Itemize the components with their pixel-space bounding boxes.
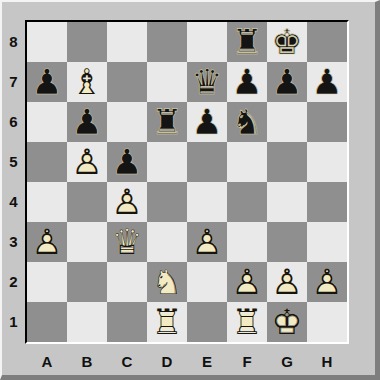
square-f6[interactable]: ♞ [227, 102, 267, 142]
square-c4[interactable]: ♟♙ [107, 182, 147, 222]
square-c7[interactable] [107, 62, 147, 102]
piece-black-pawn[interactable]: ♟ [267, 62, 307, 102]
piece-black-pawn[interactable]: ♟ [67, 102, 107, 142]
piece-white-queen-fill: ♛ [107, 222, 147, 262]
square-e5[interactable] [187, 142, 227, 182]
piece-white-pawn-fill: ♟ [267, 262, 307, 302]
piece-black-knight[interactable]: ♞ [227, 102, 267, 142]
rank-label-2: 2 [2, 262, 25, 302]
file-label-d: D [147, 350, 187, 374]
square-c3[interactable]: ♛♕ [107, 222, 147, 262]
file-label-a: A [27, 350, 67, 374]
piece-white-pawn-fill: ♟ [187, 222, 227, 262]
square-f3[interactable] [227, 222, 267, 262]
piece-white-pawn[interactable]: ♙ [27, 222, 67, 262]
square-a3[interactable]: ♟♙ [27, 222, 67, 262]
piece-white-knight-fill: ♞ [147, 262, 187, 302]
piece-white-bishop-fill: ♝ [67, 62, 107, 102]
file-label-c: C [107, 350, 147, 374]
square-f8[interactable]: ♜ [227, 22, 267, 62]
square-a4[interactable] [27, 182, 67, 222]
square-g5[interactable] [267, 142, 307, 182]
rank-label-1: 1 [2, 302, 25, 342]
square-d2[interactable]: ♞♘ [147, 262, 187, 302]
piece-black-pawn[interactable]: ♟ [187, 102, 227, 142]
square-g8[interactable]: ♚ [267, 22, 307, 62]
square-h1[interactable] [307, 302, 347, 342]
chess-board: ♜♚♟♝♗♛♟♟♟♟♜♟♞♟♙♟♟♙♟♙♛♕♟♙♞♘♟♙♟♙♟♙♜♖♜♖♚♔ [25, 20, 349, 344]
piece-black-queen[interactable]: ♛ [187, 62, 227, 102]
square-h7[interactable]: ♟ [307, 62, 347, 102]
piece-white-pawn-fill: ♟ [67, 142, 107, 182]
piece-white-king[interactable]: ♔ [267, 302, 307, 342]
rank-label-3: 3 [2, 222, 25, 262]
square-g7[interactable]: ♟ [267, 62, 307, 102]
file-label-e: E [187, 350, 227, 374]
square-g6[interactable] [267, 102, 307, 142]
square-a6[interactable] [27, 102, 67, 142]
chessboard-panel: 87654321 ♜♚♟♝♗♛♟♟♟♟♜♟♞♟♙♟♟♙♟♙♛♕♟♙♞♘♟♙♟♙♟… [0, 0, 380, 380]
square-c6[interactable] [107, 102, 147, 142]
piece-white-pawn[interactable]: ♙ [227, 262, 267, 302]
square-e4[interactable] [187, 182, 227, 222]
piece-white-pawn-fill: ♟ [307, 262, 347, 302]
piece-white-pawn[interactable]: ♙ [307, 262, 347, 302]
rank-labels: 87654321 [2, 22, 25, 342]
piece-white-rook-fill: ♜ [147, 302, 187, 342]
square-e1[interactable] [187, 302, 227, 342]
rank-label-6: 6 [2, 102, 25, 142]
piece-black-pawn[interactable]: ♟ [307, 62, 347, 102]
square-h5[interactable] [307, 142, 347, 182]
rank-label-5: 5 [2, 142, 25, 182]
file-label-f: F [227, 350, 267, 374]
file-label-h: H [307, 350, 347, 374]
square-h3[interactable] [307, 222, 347, 262]
piece-white-king-fill: ♚ [267, 302, 307, 342]
piece-white-pawn-fill: ♟ [107, 182, 147, 222]
piece-black-rook[interactable]: ♜ [147, 102, 187, 142]
square-h8[interactable] [307, 22, 347, 62]
piece-black-rook[interactable]: ♜ [227, 22, 267, 62]
piece-white-queen[interactable]: ♕ [107, 222, 147, 262]
square-d7[interactable] [147, 62, 187, 102]
rank-label-7: 7 [2, 62, 25, 102]
square-g2[interactable]: ♟♙ [267, 262, 307, 302]
square-d4[interactable] [147, 182, 187, 222]
piece-white-pawn-fill: ♟ [227, 262, 267, 302]
file-label-g: G [267, 350, 307, 374]
piece-black-king[interactable]: ♚ [267, 22, 307, 62]
square-b1[interactable] [67, 302, 107, 342]
piece-white-pawn[interactable]: ♙ [67, 142, 107, 182]
piece-white-pawn-fill: ♟ [27, 222, 67, 262]
square-b3[interactable] [67, 222, 107, 262]
square-a2[interactable] [27, 262, 67, 302]
square-e3[interactable]: ♟♙ [187, 222, 227, 262]
piece-white-rook[interactable]: ♖ [227, 302, 267, 342]
square-d6[interactable]: ♜ [147, 102, 187, 142]
square-h6[interactable] [307, 102, 347, 142]
square-e6[interactable]: ♟ [187, 102, 227, 142]
square-f1[interactable]: ♜♖ [227, 302, 267, 342]
square-g4[interactable] [267, 182, 307, 222]
square-g3[interactable] [267, 222, 307, 262]
piece-black-pawn[interactable]: ♟ [27, 62, 67, 102]
square-b4[interactable] [67, 182, 107, 222]
square-f4[interactable] [227, 182, 267, 222]
square-a7[interactable]: ♟ [27, 62, 67, 102]
square-b6[interactable]: ♟ [67, 102, 107, 142]
square-h4[interactable] [307, 182, 347, 222]
square-f5[interactable] [227, 142, 267, 182]
square-e2[interactable] [187, 262, 227, 302]
square-f7[interactable]: ♟ [227, 62, 267, 102]
square-h2[interactable]: ♟♙ [307, 262, 347, 302]
square-c5[interactable]: ♟ [107, 142, 147, 182]
piece-white-rook-fill: ♜ [227, 302, 267, 342]
square-a8[interactable] [27, 22, 67, 62]
piece-black-pawn[interactable]: ♟ [227, 62, 267, 102]
square-e8[interactable] [187, 22, 227, 62]
rank-label-8: 8 [2, 22, 25, 62]
square-g1[interactable]: ♚♔ [267, 302, 307, 342]
square-a5[interactable] [27, 142, 67, 182]
rank-label-4: 4 [2, 182, 25, 222]
square-e7[interactable]: ♛ [187, 62, 227, 102]
square-f2[interactable]: ♟♙ [227, 262, 267, 302]
file-labels: ABCDEFGH [27, 350, 347, 374]
square-b7[interactable]: ♝♗ [67, 62, 107, 102]
piece-white-pawn[interactable]: ♙ [267, 262, 307, 302]
square-b5[interactable]: ♟♙ [67, 142, 107, 182]
square-b2[interactable] [67, 262, 107, 302]
piece-white-knight[interactable]: ♘ [147, 262, 187, 302]
piece-white-pawn[interactable]: ♙ [187, 222, 227, 262]
square-d5[interactable] [147, 142, 187, 182]
square-c8[interactable] [107, 22, 147, 62]
square-d3[interactable] [147, 222, 187, 262]
square-c2[interactable] [107, 262, 147, 302]
square-a1[interactable] [27, 302, 67, 342]
file-label-b: B [67, 350, 107, 374]
piece-white-rook[interactable]: ♖ [147, 302, 187, 342]
square-d1[interactable]: ♜♖ [147, 302, 187, 342]
square-d8[interactable] [147, 22, 187, 62]
piece-black-pawn[interactable]: ♟ [107, 142, 147, 182]
piece-white-bishop[interactable]: ♗ [67, 62, 107, 102]
square-c1[interactable] [107, 302, 147, 342]
square-b8[interactable] [67, 22, 107, 62]
piece-white-pawn[interactable]: ♙ [107, 182, 147, 222]
